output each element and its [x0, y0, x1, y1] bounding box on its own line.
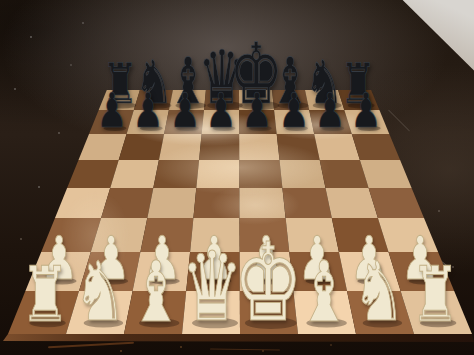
piece-black-pawn-c7[interactable]: ♟: [169, 86, 200, 134]
piece-black-pawn-d7[interactable]: ♟: [206, 86, 237, 134]
piece-white-knight-g1[interactable]: ♞: [353, 251, 406, 333]
piece-white-rook-h1[interactable]: ♜: [411, 257, 460, 333]
piece-black-pawn-e7[interactable]: ♟: [242, 86, 273, 134]
piece-white-bishop-c1[interactable]: ♝: [129, 250, 183, 334]
piece-white-knight-b1[interactable]: ♞: [74, 251, 127, 333]
piece-black-pawn-h7[interactable]: ♟: [351, 86, 382, 134]
pieces-layer: ♜♞♝♛♚♝♞♜♟♟♟♟♟♟♟♟♟♟♟♟♟♟♟♟♜♞♝♛♚♝♞♜: [0, 0, 474, 355]
piece-black-pawn-f7[interactable]: ♟: [278, 86, 309, 134]
chess-photo: ♜♞♝♛♚♝♞♜♟♟♟♟♟♟♟♟♟♟♟♟♟♟♟♟♜♞♝♛♚♝♞♜: [0, 0, 474, 355]
piece-black-pawn-g7[interactable]: ♟: [314, 86, 345, 134]
piece-black-pawn-b7[interactable]: ♟: [133, 86, 164, 134]
piece-white-rook-a1[interactable]: ♜: [20, 257, 69, 333]
piece-white-bishop-f1[interactable]: ♝: [296, 250, 350, 334]
piece-black-pawn-a7[interactable]: ♟: [97, 86, 128, 134]
piece-white-king-e1[interactable]: ♚: [233, 229, 303, 337]
